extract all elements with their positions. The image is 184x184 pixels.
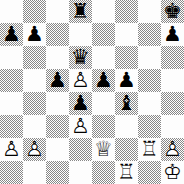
square-b2[interactable]: ♟♙ (23, 138, 46, 161)
square-d4[interactable]: ♟ (69, 92, 92, 115)
piece-bQ-d6[interactable]: ♛ (69, 46, 92, 69)
square-b5[interactable] (23, 69, 46, 92)
square-a8[interactable] (0, 0, 23, 23)
square-e1[interactable] (92, 161, 115, 184)
square-d2[interactable] (69, 138, 92, 161)
square-c1[interactable] (46, 161, 69, 184)
square-c6[interactable] (46, 46, 69, 69)
piece-wQ-e2[interactable]: ♛♕ (92, 138, 115, 161)
square-g7[interactable] (138, 23, 161, 46)
white-piece-outline-glyph: ♙ (69, 115, 92, 138)
white-piece-outline-glyph: ♙ (23, 138, 46, 161)
square-h3[interactable] (161, 115, 184, 138)
square-h4[interactable] (161, 92, 184, 115)
square-f6[interactable] (115, 46, 138, 69)
square-d3[interactable]: ♟♙ (69, 115, 92, 138)
square-d8[interactable]: ♜ (69, 0, 92, 23)
piece-wR-f1[interactable]: ♜♖ (115, 161, 138, 184)
square-c3[interactable] (46, 115, 69, 138)
square-b3[interactable] (23, 115, 46, 138)
square-f4[interactable]: ♝ (115, 92, 138, 115)
square-e5[interactable]: ♟ (92, 69, 115, 92)
white-piece-outline-glyph: ♙ (0, 138, 23, 161)
square-g8[interactable] (138, 0, 161, 23)
square-d7[interactable] (69, 23, 92, 46)
piece-bK-h8[interactable]: ♚ (161, 0, 184, 23)
square-c8[interactable] (46, 0, 69, 23)
square-c2[interactable] (46, 138, 69, 161)
square-g5[interactable] (138, 69, 161, 92)
square-a4[interactable] (0, 92, 23, 115)
square-b6[interactable] (23, 46, 46, 69)
square-a1[interactable] (0, 161, 23, 184)
square-e3[interactable] (92, 115, 115, 138)
square-g3[interactable] (138, 115, 161, 138)
square-g1[interactable] (138, 161, 161, 184)
square-a5[interactable] (0, 69, 23, 92)
white-piece-outline-glyph: ♕ (92, 138, 115, 161)
square-h7[interactable]: ♟ (161, 23, 184, 46)
chess-diagram: ♜♚♟♟♟♛♟♟♙♟♟♟♝♟♙♟♙♟♙♛♕♜♖♟♙♜♖♚♔ (0, 0, 184, 184)
square-a7[interactable]: ♟ (0, 23, 23, 46)
square-h2[interactable]: ♟♙ (161, 138, 184, 161)
square-f7[interactable] (115, 23, 138, 46)
square-c5[interactable]: ♟ (46, 69, 69, 92)
piece-bR-d8[interactable]: ♜ (69, 0, 92, 23)
square-b4[interactable] (23, 92, 46, 115)
square-f2[interactable] (115, 138, 138, 161)
square-h6[interactable] (161, 46, 184, 69)
square-g2[interactable]: ♜♖ (138, 138, 161, 161)
white-piece-outline-glyph: ♖ (115, 161, 138, 184)
piece-wP-h2[interactable]: ♟♙ (161, 138, 184, 161)
piece-wP-a2[interactable]: ♟♙ (0, 138, 23, 161)
piece-bP-a7[interactable]: ♟ (0, 23, 23, 46)
square-h8[interactable]: ♚ (161, 0, 184, 23)
square-a3[interactable] (0, 115, 23, 138)
square-f5[interactable]: ♟ (115, 69, 138, 92)
square-a2[interactable]: ♟♙ (0, 138, 23, 161)
square-a6[interactable] (0, 46, 23, 69)
piece-bP-h7[interactable]: ♟ (161, 23, 184, 46)
square-e6[interactable] (92, 46, 115, 69)
white-piece-outline-glyph: ♙ (69, 69, 92, 92)
piece-wP-d3[interactable]: ♟♙ (69, 115, 92, 138)
piece-wP-b2[interactable]: ♟♙ (23, 138, 46, 161)
square-b7[interactable]: ♟ (23, 23, 46, 46)
white-piece-outline-glyph: ♖ (138, 138, 161, 161)
square-e4[interactable] (92, 92, 115, 115)
square-f3[interactable] (115, 115, 138, 138)
square-g6[interactable] (138, 46, 161, 69)
square-b1[interactable] (23, 161, 46, 184)
square-c4[interactable] (46, 92, 69, 115)
square-d1[interactable] (69, 161, 92, 184)
white-piece-outline-glyph: ♙ (161, 138, 184, 161)
square-g4[interactable] (138, 92, 161, 115)
square-h5[interactable] (161, 69, 184, 92)
white-piece-outline-glyph: ♔ (161, 161, 184, 184)
piece-bB-f4[interactable]: ♝ (115, 92, 138, 115)
square-d5[interactable]: ♟♙ (69, 69, 92, 92)
square-e2[interactable]: ♛♕ (92, 138, 115, 161)
piece-wR-g2[interactable]: ♜♖ (138, 138, 161, 161)
piece-bP-f5[interactable]: ♟ (115, 69, 138, 92)
square-d6[interactable]: ♛ (69, 46, 92, 69)
piece-wP-d5[interactable]: ♟♙ (69, 69, 92, 92)
piece-bP-d4[interactable]: ♟ (69, 92, 92, 115)
piece-bP-e5[interactable]: ♟ (92, 69, 115, 92)
square-e8[interactable] (92, 0, 115, 23)
square-h1[interactable]: ♚♔ (161, 161, 184, 184)
piece-wK-h1[interactable]: ♚♔ (161, 161, 184, 184)
piece-bP-c5[interactable]: ♟ (46, 69, 69, 92)
square-e7[interactable] (92, 23, 115, 46)
square-b8[interactable] (23, 0, 46, 23)
square-f1[interactable]: ♜♖ (115, 161, 138, 184)
square-f8[interactable] (115, 0, 138, 23)
piece-bP-b7[interactable]: ♟ (23, 23, 46, 46)
chess-board: ♜♚♟♟♟♛♟♟♙♟♟♟♝♟♙♟♙♟♙♛♕♜♖♟♙♜♖♚♔ (0, 0, 184, 184)
square-c7[interactable] (46, 23, 69, 46)
